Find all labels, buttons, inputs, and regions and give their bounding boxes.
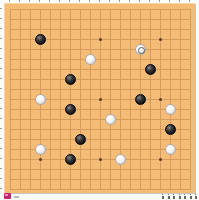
left-coordinate-tick [0, 18, 2, 19]
top-coordinate-tick [79, 0, 80, 2]
top-coordinate-tick [9, 0, 10, 2]
grid-line-horizontal [10, 139, 191, 140]
top-coordinate-tick [19, 0, 20, 2]
top-coordinate-tick [59, 0, 60, 2]
top-coordinate-tick [149, 0, 150, 2]
top-coordinate-tick [109, 0, 110, 2]
footer-label-mark [14, 196, 19, 198]
left-coordinate-tick [0, 118, 2, 119]
white-stone[interactable] [35, 144, 46, 155]
grid-line-horizontal [10, 129, 191, 130]
top-coordinate-tick [99, 0, 100, 2]
black-stone[interactable] [65, 154, 76, 165]
left-coordinate-tick [0, 58, 2, 59]
left-coordinate-tick [0, 48, 2, 49]
bottom-right-mark [195, 196, 197, 199]
white-stone[interactable] [35, 94, 46, 105]
white-stone[interactable] [165, 104, 176, 115]
white-stone[interactable] [135, 44, 146, 55]
last-move-marker-icon [138, 47, 145, 54]
left-coordinate-tick [0, 188, 2, 189]
black-stone[interactable] [65, 104, 76, 115]
hoshi-star-point [99, 38, 102, 41]
top-coordinate-tick [159, 0, 160, 2]
left-coordinate-tick [0, 128, 2, 129]
footer-badge-icon[interactable] [4, 193, 11, 199]
hoshi-star-point [159, 38, 162, 41]
hoshi-star-point [159, 98, 162, 101]
grid-line-horizontal [10, 179, 191, 180]
grid-line-horizontal [10, 109, 191, 110]
bottom-right-mark [173, 196, 175, 199]
white-stone[interactable] [85, 54, 96, 65]
grid-line-horizontal [10, 169, 191, 170]
grid-line-horizontal [10, 189, 191, 190]
left-coordinate-tick [0, 98, 2, 99]
black-stone[interactable] [35, 34, 46, 45]
top-coordinate-tick [119, 0, 120, 2]
hoshi-star-point [39, 158, 42, 161]
top-coordinate-tick [179, 0, 180, 2]
left-coordinate-tick [0, 38, 2, 39]
left-coordinate-tick [0, 138, 2, 139]
black-stone[interactable] [145, 64, 156, 75]
left-coordinate-tick [0, 8, 2, 9]
top-coordinate-tick [129, 0, 130, 2]
white-stone[interactable] [105, 114, 116, 125]
left-coordinate-tick [0, 68, 2, 69]
bottom-right-mark [190, 196, 192, 199]
grid-line-vertical [190, 9, 191, 190]
bottom-right-mark [162, 196, 164, 199]
white-stone[interactable] [115, 154, 126, 165]
top-coordinate-tick [49, 0, 50, 2]
grid-line-vertical [170, 9, 171, 190]
top-coordinate-tick [29, 0, 30, 2]
left-coordinate-tick [0, 28, 2, 29]
white-stone[interactable] [165, 144, 176, 155]
top-coordinate-tick [169, 0, 170, 2]
bottom-right-mark [179, 196, 181, 199]
left-coordinate-tick [0, 158, 2, 159]
grid-line-vertical [110, 9, 111, 190]
left-coordinate-tick [0, 108, 2, 109]
top-coordinate-tick [139, 0, 140, 2]
hoshi-star-point [99, 98, 102, 101]
top-coordinate-tick [69, 0, 70, 2]
go-board[interactable] [4, 3, 195, 193]
left-coordinate-tick [0, 148, 2, 149]
hoshi-star-point [99, 158, 102, 161]
left-coordinate-tick [0, 178, 2, 179]
grid-line-vertical [150, 9, 151, 190]
black-stone[interactable] [65, 74, 76, 85]
left-coordinate-tick [0, 168, 2, 169]
grid-line-vertical [130, 9, 131, 190]
top-coordinate-tick [189, 0, 190, 2]
top-coordinate-tick [39, 0, 40, 2]
hoshi-star-point [159, 158, 162, 161]
grid-line-horizontal [10, 119, 191, 120]
top-coordinate-tick [89, 0, 90, 2]
go-app-screen [0, 0, 199, 200]
black-stone[interactable] [75, 134, 86, 145]
bottom-right-mark [168, 196, 170, 199]
left-coordinate-tick [0, 88, 2, 89]
grid-line-vertical [180, 9, 181, 190]
black-stone[interactable] [165, 124, 176, 135]
bottom-right-mark [184, 196, 186, 199]
black-stone[interactable] [135, 94, 146, 105]
left-coordinate-tick [0, 78, 2, 79]
